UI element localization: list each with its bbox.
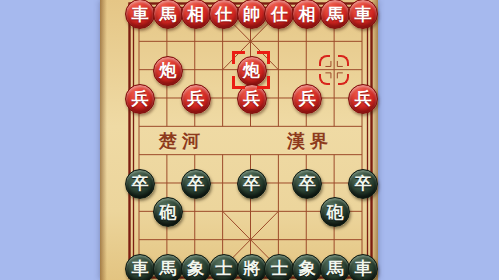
piece-red-advisor-d1[interactable]: 仕	[209, 0, 239, 29]
piece-black-elephant-g10[interactable]: 象	[292, 254, 322, 280]
piece-black-advisor-d10[interactable]: 士	[209, 254, 239, 280]
piece-black-horse-h10[interactable]: 馬	[320, 254, 350, 280]
piece-black-soldier-a7[interactable]: 卒	[125, 169, 155, 199]
piece-red-soldier-c4[interactable]: 兵	[181, 84, 211, 114]
app-background: 楚河 漢界 車馬相仕帥仕相馬車炮炮兵兵兵兵兵卒卒卒卒卒砲砲車馬象士將士象馬車	[0, 0, 499, 280]
xiangqi-board[interactable]: 楚河 漢界 車馬相仕帥仕相馬車炮炮兵兵兵兵兵卒卒卒卒卒砲砲車馬象士將士象馬車	[100, 0, 378, 280]
piece-black-general-e10[interactable]: 將	[237, 254, 267, 280]
piece-black-advisor-f10[interactable]: 士	[264, 254, 294, 280]
piece-black-chariot-a10[interactable]: 車	[125, 254, 155, 280]
piece-red-elephant-c1[interactable]: 相	[181, 0, 211, 29]
piece-black-cannon-b8[interactable]: 砲	[153, 197, 183, 227]
piece-black-soldier-e7[interactable]: 卒	[237, 169, 267, 199]
piece-red-horse-b1[interactable]: 馬	[153, 0, 183, 29]
piece-red-chariot-a1[interactable]: 車	[125, 0, 155, 29]
piece-red-soldier-e4[interactable]: 兵	[237, 84, 267, 114]
piece-black-soldier-i7[interactable]: 卒	[348, 169, 378, 199]
piece-black-chariot-i10[interactable]: 車	[348, 254, 378, 280]
piece-red-general-e1[interactable]: 帥	[237, 0, 267, 29]
piece-black-elephant-c10[interactable]: 象	[181, 254, 211, 280]
river-label-chu: 楚河	[150, 129, 214, 153]
piece-black-soldier-c7[interactable]: 卒	[181, 169, 211, 199]
piece-red-cannon-b3[interactable]: 炮	[153, 56, 183, 86]
piece-red-chariot-i1[interactable]: 車	[348, 0, 378, 29]
piece-red-soldier-a4[interactable]: 兵	[125, 84, 155, 114]
piece-red-cannon-e3[interactable]: 炮	[237, 56, 267, 86]
river-label-han: 漢界	[278, 129, 342, 153]
piece-black-horse-b10[interactable]: 馬	[153, 254, 183, 280]
piece-red-soldier-i4[interactable]: 兵	[348, 84, 378, 114]
